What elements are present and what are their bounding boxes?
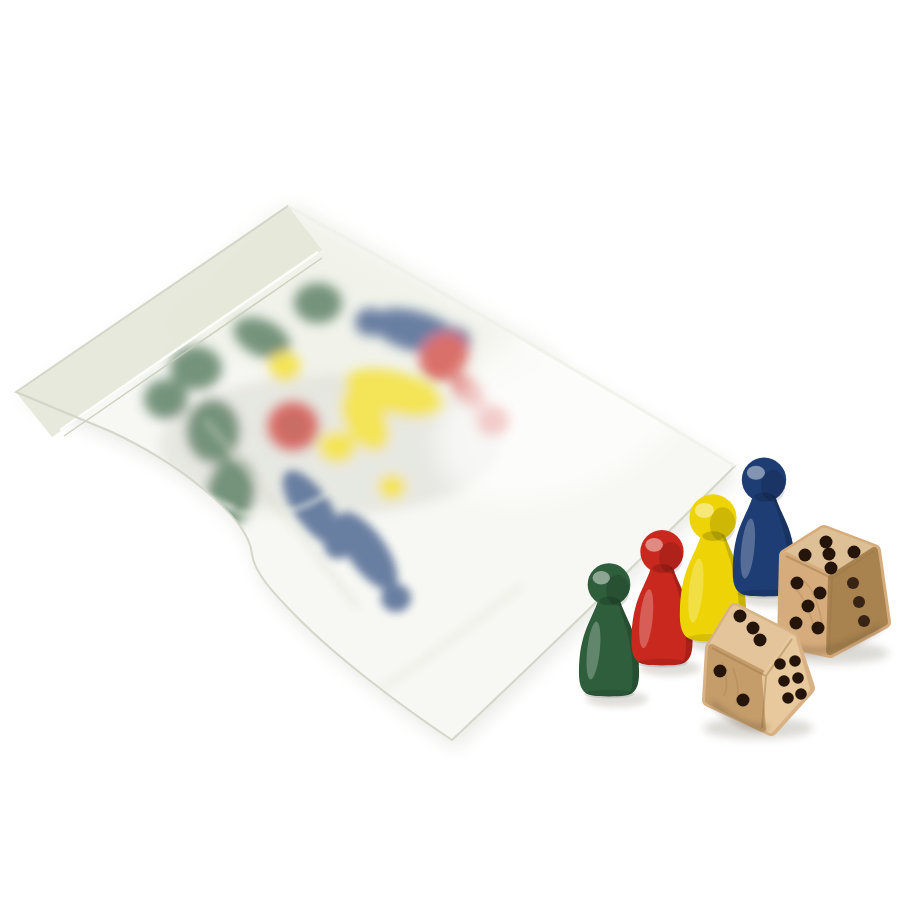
pawn-green <box>579 563 639 698</box>
pip <box>812 622 825 635</box>
pip <box>789 655 801 667</box>
pip <box>820 536 833 549</box>
pip <box>778 675 790 687</box>
pip <box>799 549 812 562</box>
pip <box>823 548 836 561</box>
pip <box>734 610 747 623</box>
pip <box>858 615 870 627</box>
pip <box>848 546 861 559</box>
pip <box>853 596 865 608</box>
pip <box>792 672 804 684</box>
pip <box>782 692 794 704</box>
pip <box>790 617 803 630</box>
pip <box>795 688 807 700</box>
pip <box>802 600 815 613</box>
pip <box>754 634 767 647</box>
pip <box>737 694 750 707</box>
pip <box>847 577 859 589</box>
pip <box>747 622 760 635</box>
pip <box>814 587 827 600</box>
die-back <box>784 532 884 651</box>
pip <box>714 665 727 678</box>
product-photo: Clear polyethylene zip-lock bag lying di… <box>0 0 900 900</box>
photo-canvas <box>0 0 900 900</box>
pip <box>825 562 838 575</box>
pip <box>774 658 786 670</box>
pip <box>791 577 804 590</box>
